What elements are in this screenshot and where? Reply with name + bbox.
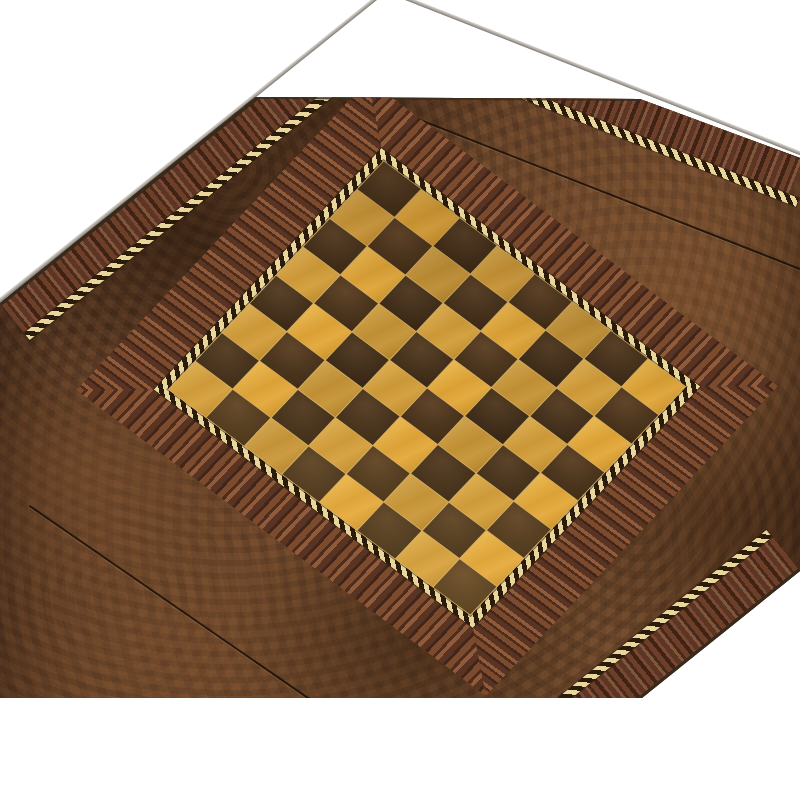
photo-canvas [0, 0, 800, 800]
